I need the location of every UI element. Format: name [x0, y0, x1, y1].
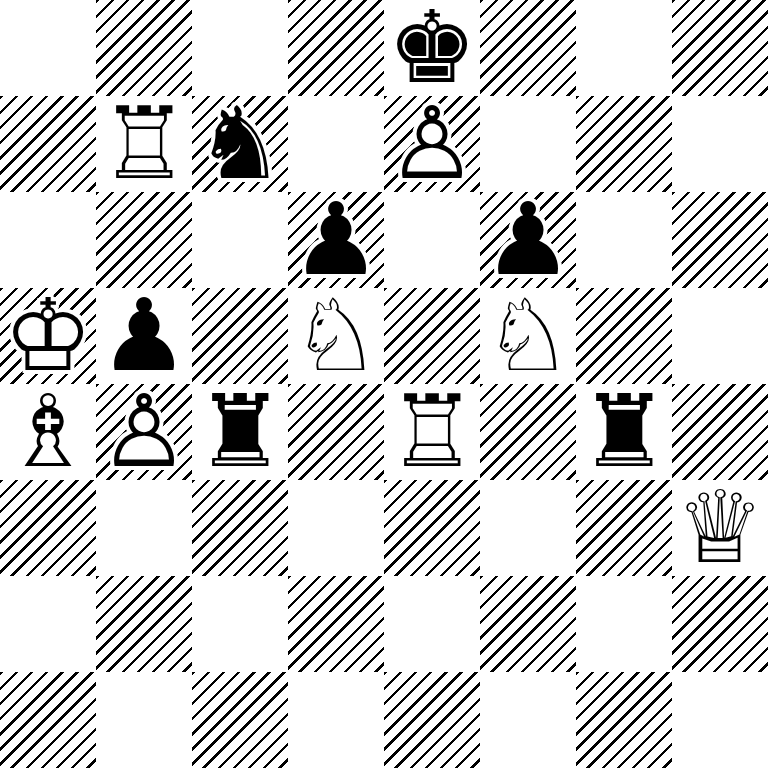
piece-white-rook: ♜♖: [96, 96, 192, 192]
square-a8[interactable]: [0, 0, 96, 96]
square-d5[interactable]: ♞♘: [288, 288, 384, 384]
square-c3[interactable]: [192, 480, 288, 576]
black-rook-icon: ♜: [576, 384, 672, 480]
square-g6[interactable]: [576, 192, 672, 288]
square-a6[interactable]: [0, 192, 96, 288]
square-f6[interactable]: ♟♟: [480, 192, 576, 288]
square-h5[interactable]: [672, 288, 768, 384]
piece-white-knight: ♞♘: [288, 288, 384, 384]
square-b1[interactable]: [96, 672, 192, 768]
square-d1[interactable]: [288, 672, 384, 768]
square-e4[interactable]: ♜♖: [384, 384, 480, 480]
chess-board: ♚♚♜♖♞♞♟♙♟♟♟♟♚♔♟♟♞♘♞♘♝♗♟♙♜♜♜♖♜♜♛♕: [0, 0, 768, 768]
square-g7[interactable]: [576, 96, 672, 192]
square-b6[interactable]: [96, 192, 192, 288]
square-f8[interactable]: [480, 0, 576, 96]
square-c8[interactable]: [192, 0, 288, 96]
square-g8[interactable]: [576, 0, 672, 96]
piece-black-rook: ♜♜: [192, 384, 288, 480]
square-c4[interactable]: ♜♜: [192, 384, 288, 480]
square-d3[interactable]: [288, 480, 384, 576]
white-knight-icon: ♘: [288, 288, 384, 384]
square-f4[interactable]: [480, 384, 576, 480]
square-h2[interactable]: [672, 576, 768, 672]
square-c1[interactable]: [192, 672, 288, 768]
piece-white-king: ♚♔: [0, 288, 96, 384]
square-g1[interactable]: [576, 672, 672, 768]
square-g2[interactable]: [576, 576, 672, 672]
square-a5[interactable]: ♚♔: [0, 288, 96, 384]
square-b3[interactable]: [96, 480, 192, 576]
black-pawn-icon: ♟: [288, 192, 384, 288]
piece-white-pawn: ♟♙: [384, 96, 480, 192]
square-f2[interactable]: [480, 576, 576, 672]
square-e7[interactable]: ♟♙: [384, 96, 480, 192]
square-b5[interactable]: ♟♟: [96, 288, 192, 384]
square-b8[interactable]: [96, 0, 192, 96]
square-e5[interactable]: [384, 288, 480, 384]
square-f7[interactable]: [480, 96, 576, 192]
black-pawn-icon: ♟: [96, 288, 192, 384]
piece-black-knight: ♞♞: [192, 96, 288, 192]
white-pawn-icon: ♙: [96, 384, 192, 480]
square-d7[interactable]: [288, 96, 384, 192]
square-h8[interactable]: [672, 0, 768, 96]
square-f1[interactable]: [480, 672, 576, 768]
square-h4[interactable]: [672, 384, 768, 480]
square-d4[interactable]: [288, 384, 384, 480]
piece-black-pawn: ♟♟: [288, 192, 384, 288]
piece-black-king: ♚♚: [384, 0, 480, 96]
square-e3[interactable]: [384, 480, 480, 576]
square-h6[interactable]: [672, 192, 768, 288]
square-a1[interactable]: [0, 672, 96, 768]
white-rook-icon: ♖: [96, 96, 192, 192]
black-pawn-icon: ♟: [480, 192, 576, 288]
square-d8[interactable]: [288, 0, 384, 96]
square-h1[interactable]: [672, 672, 768, 768]
square-b4[interactable]: ♟♙: [96, 384, 192, 480]
white-king-icon: ♔: [0, 288, 96, 384]
white-knight-icon: ♘: [480, 288, 576, 384]
piece-white-queen: ♛♕: [672, 480, 768, 576]
square-b7[interactable]: ♜♖: [96, 96, 192, 192]
square-a2[interactable]: [0, 576, 96, 672]
piece-black-pawn: ♟♟: [96, 288, 192, 384]
square-g3[interactable]: [576, 480, 672, 576]
piece-black-rook: ♜♜: [576, 384, 672, 480]
square-e1[interactable]: [384, 672, 480, 768]
square-h3[interactable]: ♛♕: [672, 480, 768, 576]
white-rook-icon: ♖: [384, 384, 480, 480]
square-d2[interactable]: [288, 576, 384, 672]
square-a3[interactable]: [0, 480, 96, 576]
square-c6[interactable]: [192, 192, 288, 288]
piece-black-pawn: ♟♟: [480, 192, 576, 288]
square-c5[interactable]: [192, 288, 288, 384]
square-c2[interactable]: [192, 576, 288, 672]
piece-white-knight: ♞♘: [480, 288, 576, 384]
square-c7[interactable]: ♞♞: [192, 96, 288, 192]
square-g4[interactable]: ♜♜: [576, 384, 672, 480]
square-e8[interactable]: ♚♚: [384, 0, 480, 96]
square-g5[interactable]: [576, 288, 672, 384]
square-e6[interactable]: [384, 192, 480, 288]
white-bishop-icon: ♗: [0, 384, 96, 480]
black-rook-icon: ♜: [192, 384, 288, 480]
piece-white-bishop: ♝♗: [0, 384, 96, 480]
square-b2[interactable]: [96, 576, 192, 672]
square-d6[interactable]: ♟♟: [288, 192, 384, 288]
black-knight-icon: ♞: [192, 96, 288, 192]
piece-white-rook: ♜♖: [384, 384, 480, 480]
square-f5[interactable]: ♞♘: [480, 288, 576, 384]
square-f3[interactable]: [480, 480, 576, 576]
piece-white-pawn: ♟♙: [96, 384, 192, 480]
square-e2[interactable]: [384, 576, 480, 672]
square-a4[interactable]: ♝♗: [0, 384, 96, 480]
white-pawn-icon: ♙: [384, 96, 480, 192]
white-queen-icon: ♕: [672, 480, 768, 576]
square-a7[interactable]: [0, 96, 96, 192]
black-king-icon: ♚: [384, 0, 480, 96]
square-h7[interactable]: [672, 96, 768, 192]
